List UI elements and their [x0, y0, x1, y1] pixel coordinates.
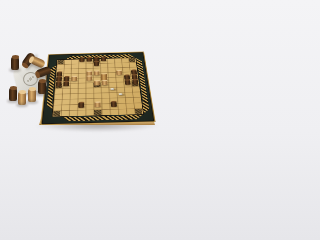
captured-attacker-piece	[9, 87, 17, 101]
photo-scene	[0, 0, 170, 170]
board-wrap	[43, 31, 151, 139]
marked-square	[129, 58, 136, 62]
captured-defender-piece	[18, 91, 26, 105]
captured-attacker-piece	[38, 80, 46, 94]
captured-attacker-piece	[11, 56, 19, 70]
board-plane	[40, 52, 156, 126]
captured-defender-piece	[28, 88, 36, 102]
playing-field	[52, 58, 143, 117]
marked-square	[57, 60, 63, 64]
